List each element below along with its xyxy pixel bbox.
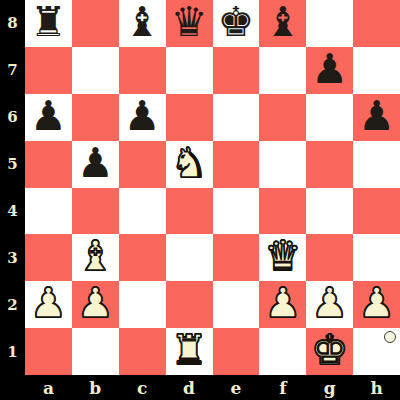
square-e2[interactable] <box>213 281 260 328</box>
square-d7[interactable] <box>166 47 213 94</box>
square-d1[interactable]: ♜ <box>166 328 213 375</box>
square-g5[interactable] <box>306 141 353 188</box>
rank-label-5: 5 <box>0 141 25 188</box>
square-b4[interactable] <box>72 188 119 235</box>
black-pawn[interactable]: ♟ <box>30 96 67 137</box>
square-c1[interactable] <box>119 328 166 375</box>
square-d5[interactable]: ♞ <box>166 141 213 188</box>
square-f4[interactable] <box>259 188 306 235</box>
square-e8[interactable]: ♚ <box>213 0 260 47</box>
square-e3[interactable] <box>213 234 260 281</box>
square-a6[interactable]: ♟ <box>25 94 72 141</box>
square-h8[interactable] <box>353 0 400 47</box>
square-g4[interactable] <box>306 188 353 235</box>
square-g1[interactable]: ♚ <box>306 328 353 375</box>
file-label-a: a <box>25 375 72 400</box>
white-rook[interactable]: ♜ <box>171 330 208 371</box>
black-pawn[interactable]: ♟ <box>124 96 161 137</box>
square-f5[interactable] <box>259 141 306 188</box>
rank-label-6: 6 <box>0 94 25 141</box>
square-c6[interactable]: ♟ <box>119 94 166 141</box>
square-b7[interactable] <box>72 47 119 94</box>
square-e1[interactable] <box>213 328 260 375</box>
square-a4[interactable] <box>25 188 72 235</box>
black-bishop[interactable]: ♝ <box>124 2 161 43</box>
square-a7[interactable] <box>25 47 72 94</box>
square-b1[interactable] <box>72 328 119 375</box>
black-pawn[interactable]: ♟ <box>77 143 114 184</box>
black-pawn[interactable]: ♟ <box>311 49 348 90</box>
white-pawn[interactable]: ♟ <box>311 283 348 324</box>
white-pawn[interactable]: ♟ <box>264 283 301 324</box>
rank-label-1: 1 <box>0 328 25 375</box>
file-label-h: h <box>353 375 400 400</box>
square-f8[interactable]: ♝ <box>259 0 306 47</box>
square-h4[interactable] <box>353 188 400 235</box>
square-b2[interactable]: ♟ <box>72 281 119 328</box>
black-queen[interactable]: ♛ <box>171 2 208 43</box>
square-c3[interactable] <box>119 234 166 281</box>
file-label-c: c <box>119 375 166 400</box>
square-g3[interactable] <box>306 234 353 281</box>
square-g6[interactable] <box>306 94 353 141</box>
square-h6[interactable]: ♟ <box>353 94 400 141</box>
square-h5[interactable] <box>353 141 400 188</box>
square-a8[interactable]: ♜ <box>25 0 72 47</box>
square-e4[interactable] <box>213 188 260 235</box>
chess-diagram: 87654321 ♜♝♛♚♝♟♟♟♟♟♞♝♛♟♟♟♟♟♜♚ abcdefgh <box>0 0 400 400</box>
square-c8[interactable]: ♝ <box>119 0 166 47</box>
file-label-e: e <box>213 375 260 400</box>
square-b6[interactable] <box>72 94 119 141</box>
white-king[interactable]: ♚ <box>311 330 348 371</box>
rank-label-2: 2 <box>0 281 25 328</box>
square-d2[interactable] <box>166 281 213 328</box>
square-g2[interactable]: ♟ <box>306 281 353 328</box>
white-pawn[interactable]: ♟ <box>30 283 67 324</box>
file-label-d: d <box>166 375 213 400</box>
white-queen[interactable]: ♛ <box>264 236 301 277</box>
square-f3[interactable]: ♛ <box>259 234 306 281</box>
square-e5[interactable] <box>213 141 260 188</box>
square-f1[interactable] <box>259 328 306 375</box>
rank-label-7: 7 <box>0 47 25 94</box>
black-rook[interactable]: ♜ <box>30 2 67 43</box>
black-king[interactable]: ♚ <box>218 2 255 43</box>
square-b3[interactable]: ♝ <box>72 234 119 281</box>
white-to-move-indicator <box>384 331 396 343</box>
square-h2[interactable]: ♟ <box>353 281 400 328</box>
black-pawn[interactable]: ♟ <box>358 96 395 137</box>
rank-label-4: 4 <box>0 188 25 235</box>
black-bishop[interactable]: ♝ <box>264 2 301 43</box>
white-knight[interactable]: ♞ <box>171 143 208 184</box>
square-c2[interactable] <box>119 281 166 328</box>
file-labels: abcdefgh <box>25 375 400 400</box>
square-c4[interactable] <box>119 188 166 235</box>
white-bishop[interactable]: ♝ <box>77 236 114 277</box>
square-f2[interactable]: ♟ <box>259 281 306 328</box>
file-label-g: g <box>306 375 353 400</box>
rank-label-3: 3 <box>0 234 25 281</box>
square-e6[interactable] <box>213 94 260 141</box>
board: ♜♝♛♚♝♟♟♟♟♟♞♝♛♟♟♟♟♟♜♚ <box>25 0 400 375</box>
square-a5[interactable] <box>25 141 72 188</box>
square-b5[interactable]: ♟ <box>72 141 119 188</box>
square-d6[interactable] <box>166 94 213 141</box>
square-d4[interactable] <box>166 188 213 235</box>
square-a1[interactable] <box>25 328 72 375</box>
square-a3[interactable] <box>25 234 72 281</box>
square-d8[interactable]: ♛ <box>166 0 213 47</box>
white-pawn[interactable]: ♟ <box>77 283 114 324</box>
square-g8[interactable] <box>306 0 353 47</box>
square-h7[interactable] <box>353 47 400 94</box>
square-b8[interactable] <box>72 0 119 47</box>
square-c7[interactable] <box>119 47 166 94</box>
square-g7[interactable]: ♟ <box>306 47 353 94</box>
file-label-b: b <box>72 375 119 400</box>
square-h3[interactable] <box>353 234 400 281</box>
square-c5[interactable] <box>119 141 166 188</box>
square-f6[interactable] <box>259 94 306 141</box>
square-e7[interactable] <box>213 47 260 94</box>
square-f7[interactable] <box>259 47 306 94</box>
rank-label-8: 8 <box>0 0 25 47</box>
square-a2[interactable]: ♟ <box>25 281 72 328</box>
square-d3[interactable] <box>166 234 213 281</box>
white-pawn[interactable]: ♟ <box>358 283 395 324</box>
rank-labels: 87654321 <box>0 0 25 375</box>
file-label-f: f <box>259 375 306 400</box>
